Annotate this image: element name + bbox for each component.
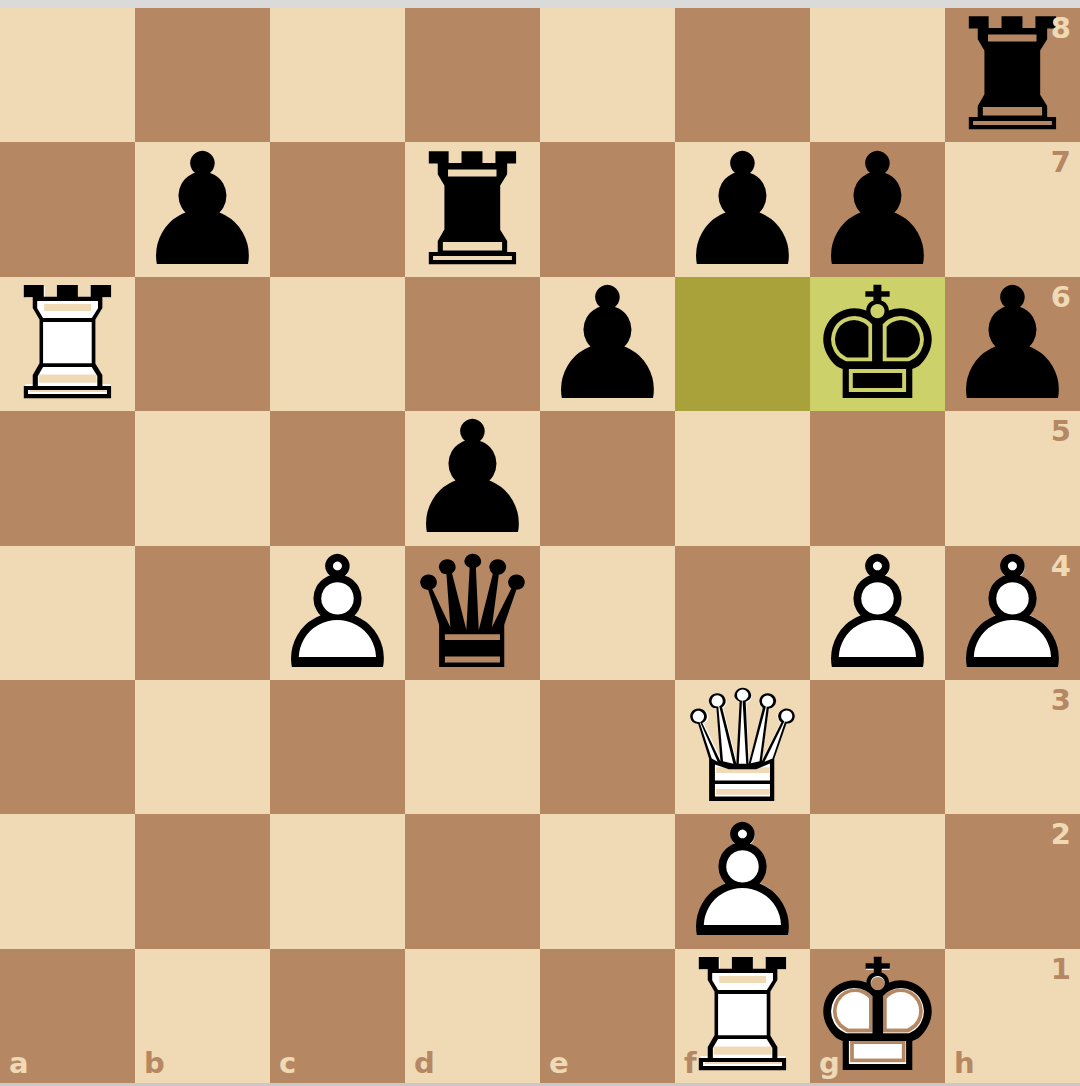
- file-label-a: a: [9, 1049, 29, 1078]
- file-label-b: b: [144, 1049, 165, 1078]
- square-h8[interactable]: ♜8: [945, 8, 1080, 142]
- square-a4[interactable]: [0, 546, 135, 680]
- piece-black-pawn[interactable]: ♟: [540, 277, 675, 411]
- rank-label-8: 8: [1051, 14, 1071, 43]
- piece-black-queen[interactable]: ♛: [405, 546, 540, 680]
- piece-white-pawn[interactable]: ♟♙: [270, 546, 405, 680]
- black-piece-glyph: ♚: [808, 266, 947, 421]
- white-piece-outline-glyph: ♙: [808, 535, 947, 690]
- piece-black-king[interactable]: ♚: [810, 277, 945, 411]
- square-h4[interactable]: ♟♙4: [945, 546, 1080, 680]
- file-label-c: c: [279, 1049, 296, 1078]
- rank-label-6: 6: [1051, 283, 1071, 312]
- square-d1[interactable]: d: [405, 949, 540, 1083]
- square-d4[interactable]: ♛: [405, 546, 540, 680]
- rank-label-1: 1: [1051, 955, 1071, 984]
- chess-board: ♜8♟♜♟♟7♜♖♟♚♟6♟5♟♙♛♟♙♟♙4♛♕3♟♙2abcde♜♖f♚♔g…: [0, 8, 1080, 1083]
- square-d7[interactable]: ♜: [405, 142, 540, 276]
- black-piece-glyph: ♛: [403, 535, 542, 690]
- square-d2[interactable]: [405, 814, 540, 948]
- rank-label-2: 2: [1051, 820, 1071, 849]
- square-b4[interactable]: [135, 546, 270, 680]
- window-top-bar: [0, 0, 1080, 8]
- square-e2[interactable]: [540, 814, 675, 948]
- file-label-d: d: [414, 1049, 435, 1078]
- square-g6[interactable]: ♚: [810, 277, 945, 411]
- square-h6[interactable]: ♟6: [945, 277, 1080, 411]
- black-piece-glyph: ♜: [403, 132, 542, 287]
- square-c3[interactable]: [270, 680, 405, 814]
- chess-app-window: ♜8♟♜♟♟7♜♖♟♚♟6♟5♟♙♛♟♙♟♙4♛♕3♟♙2abcde♜♖f♚♔g…: [0, 0, 1080, 1086]
- piece-black-pawn[interactable]: ♟: [675, 142, 810, 276]
- square-f6[interactable]: [675, 277, 810, 411]
- square-e6[interactable]: ♟: [540, 277, 675, 411]
- square-c8[interactable]: [270, 8, 405, 142]
- black-piece-glyph: ♟: [673, 132, 812, 287]
- square-c1[interactable]: c: [270, 949, 405, 1083]
- square-c6[interactable]: [270, 277, 405, 411]
- square-c2[interactable]: [270, 814, 405, 948]
- rank-label-5: 5: [1051, 417, 1071, 446]
- square-a8[interactable]: [0, 8, 135, 142]
- square-h2[interactable]: 2: [945, 814, 1080, 948]
- file-label-g: g: [819, 1049, 840, 1078]
- square-f5[interactable]: [675, 411, 810, 545]
- square-c7[interactable]: [270, 142, 405, 276]
- rank-label-7: 7: [1051, 148, 1071, 177]
- square-g1[interactable]: ♚♔g: [810, 949, 945, 1083]
- file-label-h: h: [954, 1049, 975, 1078]
- square-b1[interactable]: b: [135, 949, 270, 1083]
- square-g3[interactable]: [810, 680, 945, 814]
- square-c4[interactable]: ♟♙: [270, 546, 405, 680]
- square-h3[interactable]: 3: [945, 680, 1080, 814]
- square-e5[interactable]: [540, 411, 675, 545]
- black-piece-glyph: ♟: [538, 266, 677, 421]
- file-label-e: e: [549, 1049, 569, 1078]
- square-b7[interactable]: ♟: [135, 142, 270, 276]
- piece-black-pawn[interactable]: ♟: [135, 142, 270, 276]
- piece-white-rook[interactable]: ♜♖: [0, 277, 135, 411]
- square-b6[interactable]: [135, 277, 270, 411]
- square-e1[interactable]: e: [540, 949, 675, 1083]
- piece-black-rook[interactable]: ♜: [405, 142, 540, 276]
- square-h1[interactable]: 1h: [945, 949, 1080, 1083]
- white-piece-outline-glyph: ♖: [0, 266, 137, 421]
- square-e8[interactable]: [540, 8, 675, 142]
- square-b5[interactable]: [135, 411, 270, 545]
- square-a3[interactable]: [0, 680, 135, 814]
- square-a5[interactable]: [0, 411, 135, 545]
- rank-label-3: 3: [1051, 686, 1071, 715]
- square-b2[interactable]: [135, 814, 270, 948]
- square-e3[interactable]: [540, 680, 675, 814]
- square-d3[interactable]: [405, 680, 540, 814]
- square-f1[interactable]: ♜♖f: [675, 949, 810, 1083]
- square-g4[interactable]: ♟♙: [810, 546, 945, 680]
- square-b3[interactable]: [135, 680, 270, 814]
- square-e4[interactable]: [540, 546, 675, 680]
- white-piece-outline-glyph: ♙: [268, 535, 407, 690]
- black-piece-glyph: ♟: [133, 132, 272, 287]
- square-f7[interactable]: ♟: [675, 142, 810, 276]
- square-a6[interactable]: ♜♖: [0, 277, 135, 411]
- square-a1[interactable]: a: [0, 949, 135, 1083]
- file-label-f: f: [684, 1049, 697, 1078]
- square-a2[interactable]: [0, 814, 135, 948]
- piece-white-pawn[interactable]: ♟♙: [810, 546, 945, 680]
- rank-label-4: 4: [1051, 552, 1071, 581]
